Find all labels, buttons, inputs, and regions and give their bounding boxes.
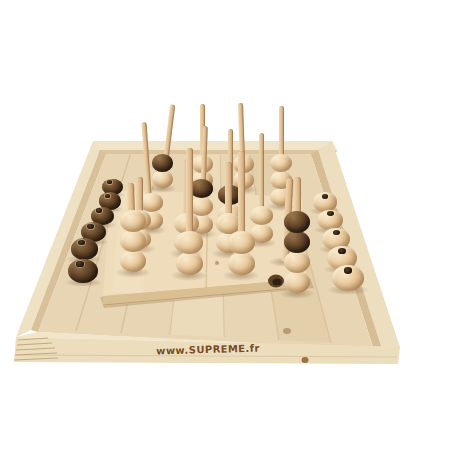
bead-hole xyxy=(76,261,84,267)
bead-light[interactable] xyxy=(228,252,255,275)
bead-light[interactable] xyxy=(140,193,163,212)
tray-bead-light[interactable] xyxy=(313,192,337,211)
product-photo-scene: www.SUPREME.fr xyxy=(0,0,452,452)
bead-light[interactable] xyxy=(190,197,213,216)
bead-light[interactable] xyxy=(176,231,203,254)
bead-hole xyxy=(333,230,340,235)
bead-hole xyxy=(96,208,102,212)
bead-dark[interactable] xyxy=(284,211,310,233)
bead-hole xyxy=(322,194,328,199)
bead-light[interactable] xyxy=(152,170,173,188)
bead-hole xyxy=(87,224,94,229)
bead-dark[interactable] xyxy=(284,231,310,253)
bead-light[interactable] xyxy=(250,206,273,225)
bead-hole xyxy=(327,211,334,216)
bead-light[interactable] xyxy=(120,230,146,252)
bead-hole xyxy=(338,248,346,254)
bead-hole xyxy=(105,194,111,198)
bead-light[interactable] xyxy=(176,252,203,275)
tray-bead-dark[interactable] xyxy=(68,259,98,283)
bead-hole xyxy=(344,267,352,273)
tray-bead-light[interactable] xyxy=(332,265,364,291)
bead-dark[interactable] xyxy=(152,154,173,172)
bead-hole xyxy=(78,240,85,245)
pieces-layer xyxy=(0,0,452,452)
bead-light[interactable] xyxy=(270,154,292,172)
bead-light[interactable] xyxy=(120,210,146,232)
bead-dark[interactable] xyxy=(190,179,213,198)
tray-bead-dark[interactable] xyxy=(71,238,98,260)
bead-light[interactable] xyxy=(120,250,146,272)
bead-light[interactable] xyxy=(284,271,310,293)
bead-light[interactable] xyxy=(284,251,310,273)
bead-hole xyxy=(107,180,112,184)
bead-light[interactable] xyxy=(228,231,255,254)
